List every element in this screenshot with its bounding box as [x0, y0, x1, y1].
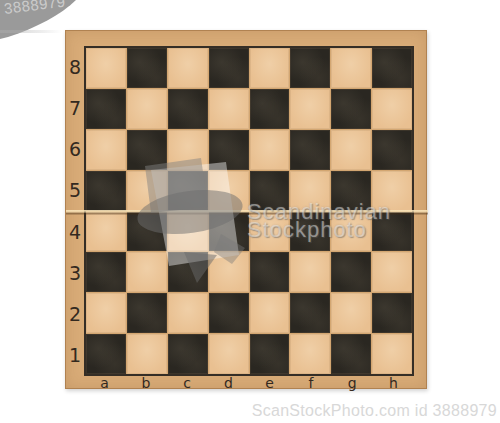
square-a2	[86, 293, 126, 333]
square-b3	[127, 252, 167, 292]
watermark-streak	[0, 30, 62, 33]
square-a4	[86, 212, 126, 252]
square-f7	[290, 89, 330, 129]
square-a7	[86, 89, 126, 129]
square-a5	[86, 171, 126, 211]
file-label-c: c	[167, 376, 208, 390]
square-a1	[86, 334, 126, 374]
square-c7	[168, 89, 208, 129]
square-g2	[331, 293, 371, 333]
rank-label-6: 6	[66, 129, 84, 170]
square-f8	[290, 48, 330, 88]
rank-label-8: 8	[66, 46, 84, 87]
square-h6	[372, 130, 412, 170]
square-a8	[86, 48, 126, 88]
square-h1	[372, 334, 412, 374]
square-e4	[250, 212, 290, 252]
square-e6	[250, 130, 290, 170]
file-label-a: a	[84, 376, 125, 390]
square-g4	[331, 212, 371, 252]
square-f3	[290, 252, 330, 292]
square-c4	[168, 212, 208, 252]
square-c5	[168, 171, 208, 211]
square-e5	[250, 171, 290, 211]
rank-label-5: 5	[66, 170, 84, 211]
square-f4	[290, 212, 330, 252]
watermark-image-id: 3888979	[3, 0, 67, 17]
file-label-f: f	[290, 376, 331, 390]
rank-label-1: 1	[66, 335, 84, 376]
square-h2	[372, 293, 412, 333]
square-e8	[250, 48, 290, 88]
square-b4	[127, 212, 167, 252]
square-c1	[168, 334, 208, 374]
rank-label-3: 3	[66, 252, 84, 293]
square-d2	[209, 293, 249, 333]
square-h4	[372, 212, 412, 252]
square-d5	[209, 171, 249, 211]
square-f1	[290, 334, 330, 374]
square-d7	[209, 89, 249, 129]
square-g1	[331, 334, 371, 374]
square-h7	[372, 89, 412, 129]
square-c6	[168, 130, 208, 170]
rank-label-4: 4	[66, 211, 84, 252]
stock-photo-canvas: 87654321 abcdefgh 3888979 Scandinavian S…	[0, 0, 500, 423]
file-labels: abcdefgh	[84, 376, 414, 390]
square-g7	[331, 89, 371, 129]
square-b1	[127, 334, 167, 374]
square-d1	[209, 334, 249, 374]
watermark-footer-text: ScanStockPhoto.com id 3888979	[252, 402, 497, 420]
square-c8	[168, 48, 208, 88]
square-b5	[127, 171, 167, 211]
file-label-b: b	[125, 376, 166, 390]
file-label-h: h	[373, 376, 414, 390]
square-e1	[250, 334, 290, 374]
square-b7	[127, 89, 167, 129]
square-g3	[331, 252, 371, 292]
square-f6	[290, 130, 330, 170]
square-d6	[209, 130, 249, 170]
square-b6	[127, 130, 167, 170]
file-label-d: d	[208, 376, 249, 390]
rank-label-2: 2	[66, 294, 84, 335]
chess-board: 87654321 abcdefgh	[65, 30, 427, 389]
square-d4	[209, 212, 249, 252]
square-e2	[250, 293, 290, 333]
square-h3	[372, 252, 412, 292]
square-h5	[372, 171, 412, 211]
square-f5	[290, 171, 330, 211]
square-h8	[372, 48, 412, 88]
square-e7	[250, 89, 290, 129]
square-g6	[331, 130, 371, 170]
square-d3	[209, 252, 249, 292]
square-e3	[250, 252, 290, 292]
square-b2	[127, 293, 167, 333]
square-f2	[290, 293, 330, 333]
file-label-e: e	[249, 376, 290, 390]
square-d8	[209, 48, 249, 88]
square-c2	[168, 293, 208, 333]
square-a3	[86, 252, 126, 292]
file-label-g: g	[332, 376, 373, 390]
square-a6	[86, 130, 126, 170]
square-g8	[331, 48, 371, 88]
board-fold-seam	[66, 210, 428, 215]
square-c3	[168, 252, 208, 292]
square-b8	[127, 48, 167, 88]
rank-label-7: 7	[66, 87, 84, 128]
square-g5	[331, 171, 371, 211]
